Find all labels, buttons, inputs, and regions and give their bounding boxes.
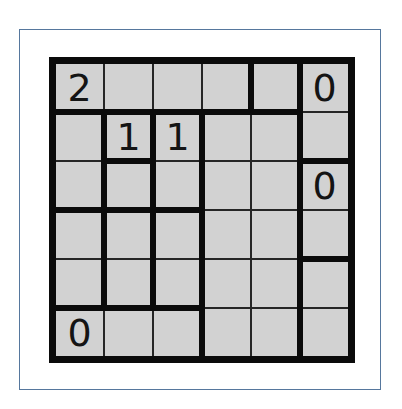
wall-v5-r4[interactable] (297, 257, 303, 310)
wall-v3-r3[interactable] (199, 208, 205, 261)
wall-h5-c0[interactable] (53, 305, 106, 311)
cell-r4c0[interactable] (56, 260, 103, 307)
wall-h4-c5[interactable] (298, 256, 351, 262)
cell-r3c2[interactable] (154, 211, 201, 258)
cell-r3c3[interactable] (203, 211, 250, 258)
wall-h2-c5[interactable] (298, 158, 351, 164)
wall-h3-c1[interactable] (102, 207, 155, 213)
cell-r1c4[interactable] (252, 113, 299, 160)
clue-r5c0: 0 (67, 314, 91, 352)
cell-r0c3[interactable] (203, 64, 250, 111)
cell-r0c0[interactable]: 2 (56, 64, 103, 111)
cell-r5c0[interactable]: 0 (56, 309, 103, 356)
wall-h1-c4[interactable] (249, 109, 302, 115)
cell-r3c5[interactable] (301, 211, 348, 258)
puzzle-grid: 201100 (56, 64, 348, 356)
puzzle-board: 201100 (49, 57, 355, 363)
wall-v1-r3[interactable] (101, 208, 107, 261)
wall-v1-r4[interactable] (101, 257, 107, 310)
cell-r0c4[interactable] (252, 64, 299, 111)
wall-v4-r0[interactable] (248, 61, 254, 114)
cell-r5c4[interactable] (252, 309, 299, 356)
cell-r2c2[interactable] (154, 162, 201, 209)
clue-r2c5: 0 (312, 167, 336, 205)
cell-r2c0[interactable] (56, 162, 103, 209)
wall-v3-r4[interactable] (199, 257, 205, 310)
clue-r0c0: 2 (67, 69, 91, 107)
wall-v1-r2[interactable] (101, 159, 107, 212)
cell-r5c3[interactable] (203, 309, 250, 356)
wall-v2-r1[interactable] (150, 110, 156, 163)
wall-h1-c2[interactable] (151, 109, 204, 115)
wall-v3-r2[interactable] (199, 159, 205, 212)
cell-r5c2[interactable] (154, 309, 201, 356)
cell-r1c2[interactable]: 1 (154, 113, 201, 160)
clue-r1c2: 1 (165, 118, 189, 156)
clue-r0c5: 0 (312, 69, 336, 107)
wall-h1-c1[interactable] (102, 109, 155, 115)
cell-r1c1[interactable]: 1 (105, 113, 152, 160)
cell-r3c1[interactable] (105, 211, 152, 258)
wall-h2-c1[interactable] (102, 158, 155, 164)
wall-h3-c2[interactable] (151, 207, 204, 213)
wall-v5-r1[interactable] (297, 110, 303, 163)
cell-r4c4[interactable] (252, 260, 299, 307)
cell-r2c1[interactable] (105, 162, 152, 209)
wall-v5-r3[interactable] (297, 208, 303, 261)
cell-r2c5[interactable]: 0 (301, 162, 348, 209)
cell-r1c5[interactable] (301, 113, 348, 160)
wall-v3-r5[interactable] (199, 306, 205, 359)
cell-r4c2[interactable] (154, 260, 201, 307)
wall-v3-r1[interactable] (199, 110, 205, 163)
cell-r1c0[interactable] (56, 113, 103, 160)
wall-h1-c0[interactable] (53, 109, 106, 115)
cell-r2c3[interactable] (203, 162, 250, 209)
cell-r4c1[interactable] (105, 260, 152, 307)
wall-v2-r4[interactable] (150, 257, 156, 310)
wall-v2-r3[interactable] (150, 208, 156, 261)
cell-r1c3[interactable] (203, 113, 250, 160)
cell-r5c1[interactable] (105, 309, 152, 356)
wall-h5-c2[interactable] (151, 305, 204, 311)
cell-r3c4[interactable] (252, 211, 299, 258)
wall-h3-c0[interactable] (53, 207, 106, 213)
wall-v2-r2[interactable] (150, 159, 156, 212)
cell-r5c5[interactable] (301, 309, 348, 356)
wall-h5-c1[interactable] (102, 305, 155, 311)
wall-v5-r5[interactable] (297, 306, 303, 359)
cell-r4c5[interactable] (301, 260, 348, 307)
wall-h1-c3[interactable] (200, 109, 253, 115)
cell-r3c0[interactable] (56, 211, 103, 258)
cell-r0c1[interactable] (105, 64, 152, 111)
wall-v5-r2[interactable] (297, 159, 303, 212)
wall-v5-r0[interactable] (297, 61, 303, 114)
cell-r0c2[interactable] (154, 64, 201, 111)
wall-v1-r1[interactable] (101, 110, 107, 163)
clue-r1c1: 1 (116, 118, 140, 156)
cell-r4c3[interactable] (203, 260, 250, 307)
cell-r2c4[interactable] (252, 162, 299, 209)
puzzle-page: 201100 (0, 0, 402, 409)
cell-r0c5[interactable]: 0 (301, 64, 348, 111)
